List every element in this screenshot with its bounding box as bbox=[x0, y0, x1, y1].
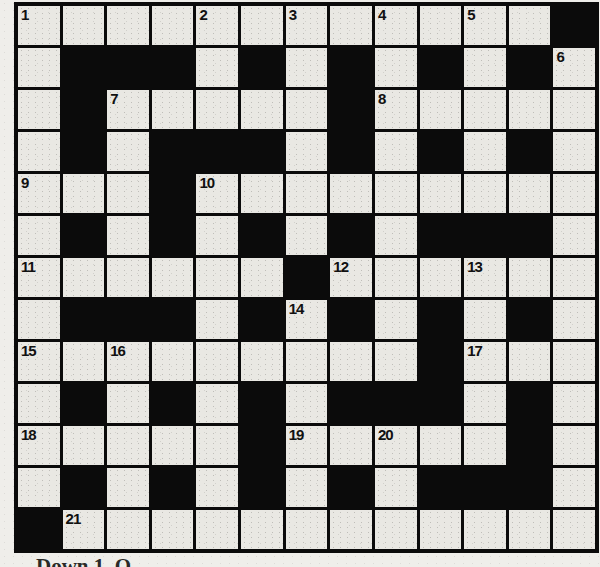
cell-r10c5[interactable] bbox=[196, 384, 238, 423]
cell-r1c10[interactable] bbox=[420, 6, 462, 45]
cell-r13c12[interactable] bbox=[509, 510, 551, 549]
cell-r1c4[interactable] bbox=[152, 6, 194, 45]
clue-number: 6 bbox=[556, 48, 563, 65]
cell-r4c3[interactable] bbox=[107, 132, 149, 171]
cell-r13c13[interactable] bbox=[553, 510, 595, 549]
cell-r3c11[interactable] bbox=[464, 90, 506, 129]
cell-r9c11[interactable]: 17 bbox=[464, 342, 506, 381]
down-clues-caption: Down 1. O bbox=[36, 554, 131, 567]
cell-r7c8[interactable]: 12 bbox=[330, 258, 372, 297]
cell-r1c9[interactable]: 4 bbox=[375, 6, 417, 45]
cell-r11c3[interactable] bbox=[107, 426, 149, 465]
cell-r3c1[interactable] bbox=[18, 90, 60, 129]
black-cell-r13c1 bbox=[18, 510, 60, 549]
cell-r8c1[interactable] bbox=[18, 300, 60, 339]
cell-r2c11[interactable] bbox=[464, 48, 506, 87]
cell-r10c1[interactable] bbox=[18, 384, 60, 423]
cell-r11c1[interactable]: 18 bbox=[18, 426, 60, 465]
cell-r5c2[interactable] bbox=[63, 174, 105, 213]
clue-number: 10 bbox=[199, 174, 214, 191]
cell-r8c7[interactable]: 14 bbox=[286, 300, 328, 339]
cell-r5c11[interactable] bbox=[464, 174, 506, 213]
cell-r9c2[interactable] bbox=[63, 342, 105, 381]
cell-r3c13[interactable] bbox=[553, 90, 595, 129]
cell-r5c7[interactable] bbox=[286, 174, 328, 213]
clue-number: 16 bbox=[110, 342, 125, 359]
black-cell-r6c10 bbox=[420, 216, 462, 255]
cell-r9c4[interactable] bbox=[152, 342, 194, 381]
cell-r9c13[interactable] bbox=[553, 342, 595, 381]
black-cell-r10c9 bbox=[375, 384, 417, 423]
cell-r1c6[interactable] bbox=[241, 6, 283, 45]
black-cell-r4c8 bbox=[330, 132, 372, 171]
black-cell-r2c3 bbox=[107, 48, 149, 87]
cell-r7c12[interactable] bbox=[509, 258, 551, 297]
black-cell-r3c2 bbox=[63, 90, 105, 129]
cell-r8c5[interactable] bbox=[196, 300, 238, 339]
black-cell-r6c8 bbox=[330, 216, 372, 255]
black-cell-r2c6 bbox=[241, 48, 283, 87]
cell-r1c5[interactable]: 2 bbox=[196, 6, 238, 45]
cell-r13c11[interactable] bbox=[464, 510, 506, 549]
black-cell-r10c2 bbox=[63, 384, 105, 423]
cell-r4c13[interactable] bbox=[553, 132, 595, 171]
black-cell-r6c2 bbox=[63, 216, 105, 255]
cell-r3c12[interactable] bbox=[509, 90, 551, 129]
clue-number: 12 bbox=[333, 258, 348, 275]
cell-r4c9[interactable] bbox=[375, 132, 417, 171]
cell-r6c7[interactable] bbox=[286, 216, 328, 255]
black-cell-r2c2 bbox=[63, 48, 105, 87]
cell-r7c11[interactable]: 13 bbox=[464, 258, 506, 297]
cell-r9c6[interactable] bbox=[241, 342, 283, 381]
cell-r11c5[interactable] bbox=[196, 426, 238, 465]
cell-r3c4[interactable] bbox=[152, 90, 194, 129]
cell-r6c5[interactable] bbox=[196, 216, 238, 255]
cell-r11c4[interactable] bbox=[152, 426, 194, 465]
black-cell-r5c4 bbox=[152, 174, 194, 213]
cell-r8c13[interactable] bbox=[553, 300, 595, 339]
cell-r3c7[interactable] bbox=[286, 90, 328, 129]
cell-r13c2[interactable]: 21 bbox=[63, 510, 105, 549]
cell-r11c9[interactable]: 20 bbox=[375, 426, 417, 465]
cell-r11c11[interactable] bbox=[464, 426, 506, 465]
cell-r5c8[interactable] bbox=[330, 174, 372, 213]
black-cell-r9c10 bbox=[420, 342, 462, 381]
cell-r12c5[interactable] bbox=[196, 468, 238, 507]
cell-r8c9[interactable] bbox=[375, 300, 417, 339]
cell-r7c2[interactable] bbox=[63, 258, 105, 297]
clue-number: 20 bbox=[378, 426, 393, 443]
cell-r1c3[interactable] bbox=[107, 6, 149, 45]
cell-r1c11[interactable]: 5 bbox=[464, 6, 506, 45]
cell-r11c8[interactable] bbox=[330, 426, 372, 465]
cell-r9c8[interactable] bbox=[330, 342, 372, 381]
cell-r2c5[interactable] bbox=[196, 48, 238, 87]
black-cell-r10c10 bbox=[420, 384, 462, 423]
black-cell-r6c11 bbox=[464, 216, 506, 255]
black-cell-r2c4 bbox=[152, 48, 194, 87]
cell-r2c9[interactable] bbox=[375, 48, 417, 87]
cell-r13c9[interactable] bbox=[375, 510, 417, 549]
black-cell-r1c13 bbox=[553, 6, 595, 45]
cell-r8c11[interactable] bbox=[464, 300, 506, 339]
cell-r10c3[interactable] bbox=[107, 384, 149, 423]
clue-number: 21 bbox=[66, 510, 81, 527]
cell-r2c13[interactable]: 6 bbox=[553, 48, 595, 87]
black-cell-r10c6 bbox=[241, 384, 283, 423]
cell-r5c6[interactable] bbox=[241, 174, 283, 213]
cell-r6c9[interactable] bbox=[375, 216, 417, 255]
cell-r4c1[interactable] bbox=[18, 132, 60, 171]
cell-r7c9[interactable] bbox=[375, 258, 417, 297]
cell-r3c6[interactable] bbox=[241, 90, 283, 129]
black-cell-r12c11 bbox=[464, 468, 506, 507]
cell-r13c3[interactable] bbox=[107, 510, 149, 549]
black-cell-r12c6 bbox=[241, 468, 283, 507]
cell-r2c1[interactable] bbox=[18, 48, 60, 87]
black-cell-r2c8 bbox=[330, 48, 372, 87]
cell-r5c9[interactable] bbox=[375, 174, 417, 213]
black-cell-r2c10 bbox=[420, 48, 462, 87]
black-cell-r8c8 bbox=[330, 300, 372, 339]
cell-r9c5[interactable] bbox=[196, 342, 238, 381]
cell-r13c6[interactable] bbox=[241, 510, 283, 549]
black-cell-r4c5 bbox=[196, 132, 238, 171]
black-cell-r12c12 bbox=[509, 468, 551, 507]
cell-r7c5[interactable] bbox=[196, 258, 238, 297]
cell-r11c7[interactable]: 19 bbox=[286, 426, 328, 465]
cell-r13c10[interactable] bbox=[420, 510, 462, 549]
crossword-grid: 123456789101112131415161718192021 bbox=[14, 2, 599, 553]
black-cell-r6c6 bbox=[241, 216, 283, 255]
clue-number: 8 bbox=[378, 90, 385, 107]
cell-r5c10[interactable] bbox=[420, 174, 462, 213]
cell-r7c4[interactable] bbox=[152, 258, 194, 297]
cell-r4c7[interactable] bbox=[286, 132, 328, 171]
cell-r5c3[interactable] bbox=[107, 174, 149, 213]
black-cell-r10c12 bbox=[509, 384, 551, 423]
black-cell-r11c6 bbox=[241, 426, 283, 465]
clue-number: 14 bbox=[289, 300, 304, 317]
cell-r1c8[interactable] bbox=[330, 6, 372, 45]
cell-r9c12[interactable] bbox=[509, 342, 551, 381]
cell-r1c1[interactable]: 1 bbox=[18, 6, 60, 45]
cell-r3c10[interactable] bbox=[420, 90, 462, 129]
clue-number: 7 bbox=[110, 90, 117, 107]
black-cell-r7c7 bbox=[286, 258, 328, 297]
cell-r9c7[interactable] bbox=[286, 342, 328, 381]
cell-r3c3[interactable]: 7 bbox=[107, 90, 149, 129]
cell-r5c1[interactable]: 9 bbox=[18, 174, 60, 213]
cell-r12c1[interactable] bbox=[18, 468, 60, 507]
black-cell-r8c10 bbox=[420, 300, 462, 339]
cell-r10c13[interactable] bbox=[553, 384, 595, 423]
black-cell-r4c2 bbox=[63, 132, 105, 171]
cell-r7c13[interactable] bbox=[553, 258, 595, 297]
black-cell-r8c6 bbox=[241, 300, 283, 339]
clue-number: 15 bbox=[21, 342, 36, 359]
cell-r11c13[interactable] bbox=[553, 426, 595, 465]
clue-number: 4 bbox=[378, 6, 385, 23]
cell-r13c5[interactable] bbox=[196, 510, 238, 549]
black-cell-r3c8 bbox=[330, 90, 372, 129]
cell-r12c3[interactable] bbox=[107, 468, 149, 507]
clue-number: 13 bbox=[467, 258, 482, 275]
clue-number: 11 bbox=[21, 258, 35, 275]
black-cell-r8c2 bbox=[63, 300, 105, 339]
cell-r1c2[interactable] bbox=[63, 6, 105, 45]
cell-r13c7[interactable] bbox=[286, 510, 328, 549]
cell-r12c7[interactable] bbox=[286, 468, 328, 507]
black-cell-r11c12 bbox=[509, 426, 551, 465]
cell-r3c5[interactable] bbox=[196, 90, 238, 129]
cell-r4c11[interactable] bbox=[464, 132, 506, 171]
black-cell-r2c12 bbox=[509, 48, 551, 87]
black-cell-r10c4 bbox=[152, 384, 194, 423]
black-cell-r12c8 bbox=[330, 468, 372, 507]
cell-r11c10[interactable] bbox=[420, 426, 462, 465]
black-cell-r4c4 bbox=[152, 132, 194, 171]
cell-r1c12[interactable] bbox=[509, 6, 551, 45]
black-cell-r6c4 bbox=[152, 216, 194, 255]
black-cell-r12c4 bbox=[152, 468, 194, 507]
cell-r12c9[interactable] bbox=[375, 468, 417, 507]
cell-r7c6[interactable] bbox=[241, 258, 283, 297]
cell-r11c2[interactable] bbox=[63, 426, 105, 465]
cell-r1c7[interactable]: 3 bbox=[286, 6, 328, 45]
clue-number: 17 bbox=[467, 342, 482, 359]
black-cell-r8c4 bbox=[152, 300, 194, 339]
clue-number: 5 bbox=[467, 6, 474, 23]
cell-r5c13[interactable] bbox=[553, 174, 595, 213]
black-cell-r10c8 bbox=[330, 384, 372, 423]
clue-number: 2 bbox=[199, 6, 206, 23]
clue-number: 1 bbox=[21, 6, 28, 23]
cell-r2c7[interactable] bbox=[286, 48, 328, 87]
cell-r9c9[interactable] bbox=[375, 342, 417, 381]
cell-r5c5[interactable]: 10 bbox=[196, 174, 238, 213]
black-cell-r12c10 bbox=[420, 468, 462, 507]
cell-r6c3[interactable] bbox=[107, 216, 149, 255]
cell-r6c13[interactable] bbox=[553, 216, 595, 255]
clue-number: 18 bbox=[21, 426, 36, 443]
cell-r7c10[interactable] bbox=[420, 258, 462, 297]
black-cell-r4c10 bbox=[420, 132, 462, 171]
black-cell-r4c12 bbox=[509, 132, 551, 171]
cell-r13c4[interactable] bbox=[152, 510, 194, 549]
black-cell-r8c3 bbox=[107, 300, 149, 339]
cell-r10c7[interactable] bbox=[286, 384, 328, 423]
clue-number: 3 bbox=[289, 6, 296, 23]
cell-r7c3[interactable] bbox=[107, 258, 149, 297]
clue-number: 9 bbox=[21, 174, 28, 191]
cell-r12c13[interactable] bbox=[553, 468, 595, 507]
cell-r6c1[interactable] bbox=[18, 216, 60, 255]
black-cell-r8c12 bbox=[509, 300, 551, 339]
cell-r9c3[interactable]: 16 bbox=[107, 342, 149, 381]
cell-r10c11[interactable] bbox=[464, 384, 506, 423]
black-cell-r6c12 bbox=[509, 216, 551, 255]
cell-r3c9[interactable]: 8 bbox=[375, 90, 417, 129]
clue-number: 19 bbox=[289, 426, 304, 443]
black-cell-r4c6 bbox=[241, 132, 283, 171]
scanned-puzzle-page: 123456789101112131415161718192021 Down 1… bbox=[0, 0, 600, 567]
black-cell-r12c2 bbox=[63, 468, 105, 507]
cell-r5c12[interactable] bbox=[509, 174, 551, 213]
cell-r7c1[interactable]: 11 bbox=[18, 258, 60, 297]
cell-r9c1[interactable]: 15 bbox=[18, 342, 60, 381]
cell-r13c8[interactable] bbox=[330, 510, 372, 549]
